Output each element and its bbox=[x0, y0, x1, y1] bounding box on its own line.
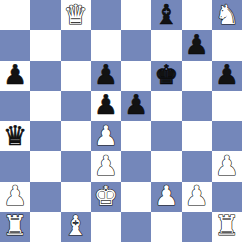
square-a1[interactable]: ♜ bbox=[0, 212, 30, 242]
square-h3[interactable]: ♟ bbox=[212, 151, 242, 181]
square-g3[interactable] bbox=[182, 151, 212, 181]
square-g5[interactable] bbox=[182, 91, 212, 121]
square-h4[interactable] bbox=[212, 121, 242, 151]
piece-white-knight[interactable]: ♞ bbox=[215, 1, 239, 28]
piece-black-pawn[interactable]: ♟ bbox=[215, 61, 239, 88]
square-h1[interactable]: ♜ bbox=[212, 212, 242, 242]
square-a6[interactable]: ♟ bbox=[0, 61, 30, 91]
square-e8[interactable] bbox=[121, 0, 151, 30]
square-g8[interactable] bbox=[182, 0, 212, 30]
square-b3[interactable] bbox=[30, 151, 60, 181]
square-f2[interactable]: ♟ bbox=[151, 182, 181, 212]
piece-black-king[interactable]: ♚ bbox=[154, 61, 178, 88]
square-g7[interactable]: ♟ bbox=[182, 30, 212, 60]
square-d4[interactable]: ♟ bbox=[91, 121, 121, 151]
square-f6[interactable]: ♚ bbox=[151, 61, 181, 91]
piece-white-rook[interactable]: ♜ bbox=[215, 212, 239, 239]
square-f8[interactable]: ♝ bbox=[151, 0, 181, 30]
square-h5[interactable] bbox=[212, 91, 242, 121]
square-b5[interactable] bbox=[30, 91, 60, 121]
square-h8[interactable]: ♞ bbox=[212, 0, 242, 30]
square-f7[interactable] bbox=[151, 30, 181, 60]
square-f3[interactable] bbox=[151, 151, 181, 181]
piece-white-pawn[interactable]: ♟ bbox=[185, 182, 209, 209]
square-a3[interactable] bbox=[0, 151, 30, 181]
piece-black-pawn[interactable]: ♟ bbox=[3, 61, 27, 88]
square-c2[interactable] bbox=[61, 182, 91, 212]
square-b4[interactable] bbox=[30, 121, 60, 151]
piece-black-pawn[interactable]: ♟ bbox=[185, 31, 209, 58]
square-d8[interactable] bbox=[91, 0, 121, 30]
square-c7[interactable] bbox=[61, 30, 91, 60]
square-a8[interactable] bbox=[0, 0, 30, 30]
square-b7[interactable] bbox=[30, 30, 60, 60]
piece-white-pawn[interactable]: ♟ bbox=[94, 122, 118, 149]
piece-black-bishop[interactable]: ♝ bbox=[154, 1, 178, 28]
square-e1[interactable] bbox=[121, 212, 151, 242]
square-c6[interactable] bbox=[61, 61, 91, 91]
square-g6[interactable] bbox=[182, 61, 212, 91]
piece-white-queen[interactable]: ♛ bbox=[64, 1, 88, 28]
square-d1[interactable] bbox=[91, 212, 121, 242]
square-b6[interactable] bbox=[30, 61, 60, 91]
square-e5[interactable]: ♟ bbox=[121, 91, 151, 121]
square-g2[interactable]: ♟ bbox=[182, 182, 212, 212]
square-d7[interactable] bbox=[91, 30, 121, 60]
square-c3[interactable] bbox=[61, 151, 91, 181]
piece-white-pawn[interactable]: ♟ bbox=[94, 152, 118, 179]
square-c1[interactable]: ♝ bbox=[61, 212, 91, 242]
piece-black-pawn[interactable]: ♟ bbox=[94, 61, 118, 88]
piece-white-king[interactable]: ♚ bbox=[94, 182, 118, 209]
square-h2[interactable] bbox=[212, 182, 242, 212]
square-d2[interactable]: ♚ bbox=[91, 182, 121, 212]
piece-white-pawn[interactable]: ♟ bbox=[215, 152, 239, 179]
square-f1[interactable] bbox=[151, 212, 181, 242]
square-b2[interactable] bbox=[30, 182, 60, 212]
square-d3[interactable]: ♟ bbox=[91, 151, 121, 181]
piece-white-pawn[interactable]: ♟ bbox=[3, 182, 27, 209]
square-a4[interactable]: ♛ bbox=[0, 121, 30, 151]
square-a5[interactable] bbox=[0, 91, 30, 121]
piece-white-bishop[interactable]: ♝ bbox=[64, 212, 88, 239]
square-f4[interactable] bbox=[151, 121, 181, 151]
square-a2[interactable]: ♟ bbox=[0, 182, 30, 212]
piece-white-rook[interactable]: ♜ bbox=[3, 212, 27, 239]
square-g1[interactable] bbox=[182, 212, 212, 242]
chess-board: ♛♝♞♟♟♟♚♟♟♟♛♟♟♟♟♚♟♟♜♝♜ bbox=[0, 0, 242, 242]
square-e2[interactable] bbox=[121, 182, 151, 212]
square-f5[interactable] bbox=[151, 91, 181, 121]
square-b1[interactable] bbox=[30, 212, 60, 242]
square-e4[interactable] bbox=[121, 121, 151, 151]
square-e3[interactable] bbox=[121, 151, 151, 181]
square-e7[interactable] bbox=[121, 30, 151, 60]
square-d5[interactable]: ♟ bbox=[91, 91, 121, 121]
square-c8[interactable]: ♛ bbox=[61, 0, 91, 30]
square-a7[interactable] bbox=[0, 30, 30, 60]
piece-black-pawn[interactable]: ♟ bbox=[124, 91, 148, 118]
piece-white-pawn[interactable]: ♟ bbox=[154, 182, 178, 209]
square-b8[interactable] bbox=[30, 0, 60, 30]
piece-black-queen[interactable]: ♛ bbox=[3, 122, 27, 149]
square-c5[interactable] bbox=[61, 91, 91, 121]
piece-black-pawn[interactable]: ♟ bbox=[94, 91, 118, 118]
square-h7[interactable] bbox=[212, 30, 242, 60]
square-d6[interactable]: ♟ bbox=[91, 61, 121, 91]
square-c4[interactable] bbox=[61, 121, 91, 151]
square-h6[interactable]: ♟ bbox=[212, 61, 242, 91]
square-e6[interactable] bbox=[121, 61, 151, 91]
square-g4[interactable] bbox=[182, 121, 212, 151]
